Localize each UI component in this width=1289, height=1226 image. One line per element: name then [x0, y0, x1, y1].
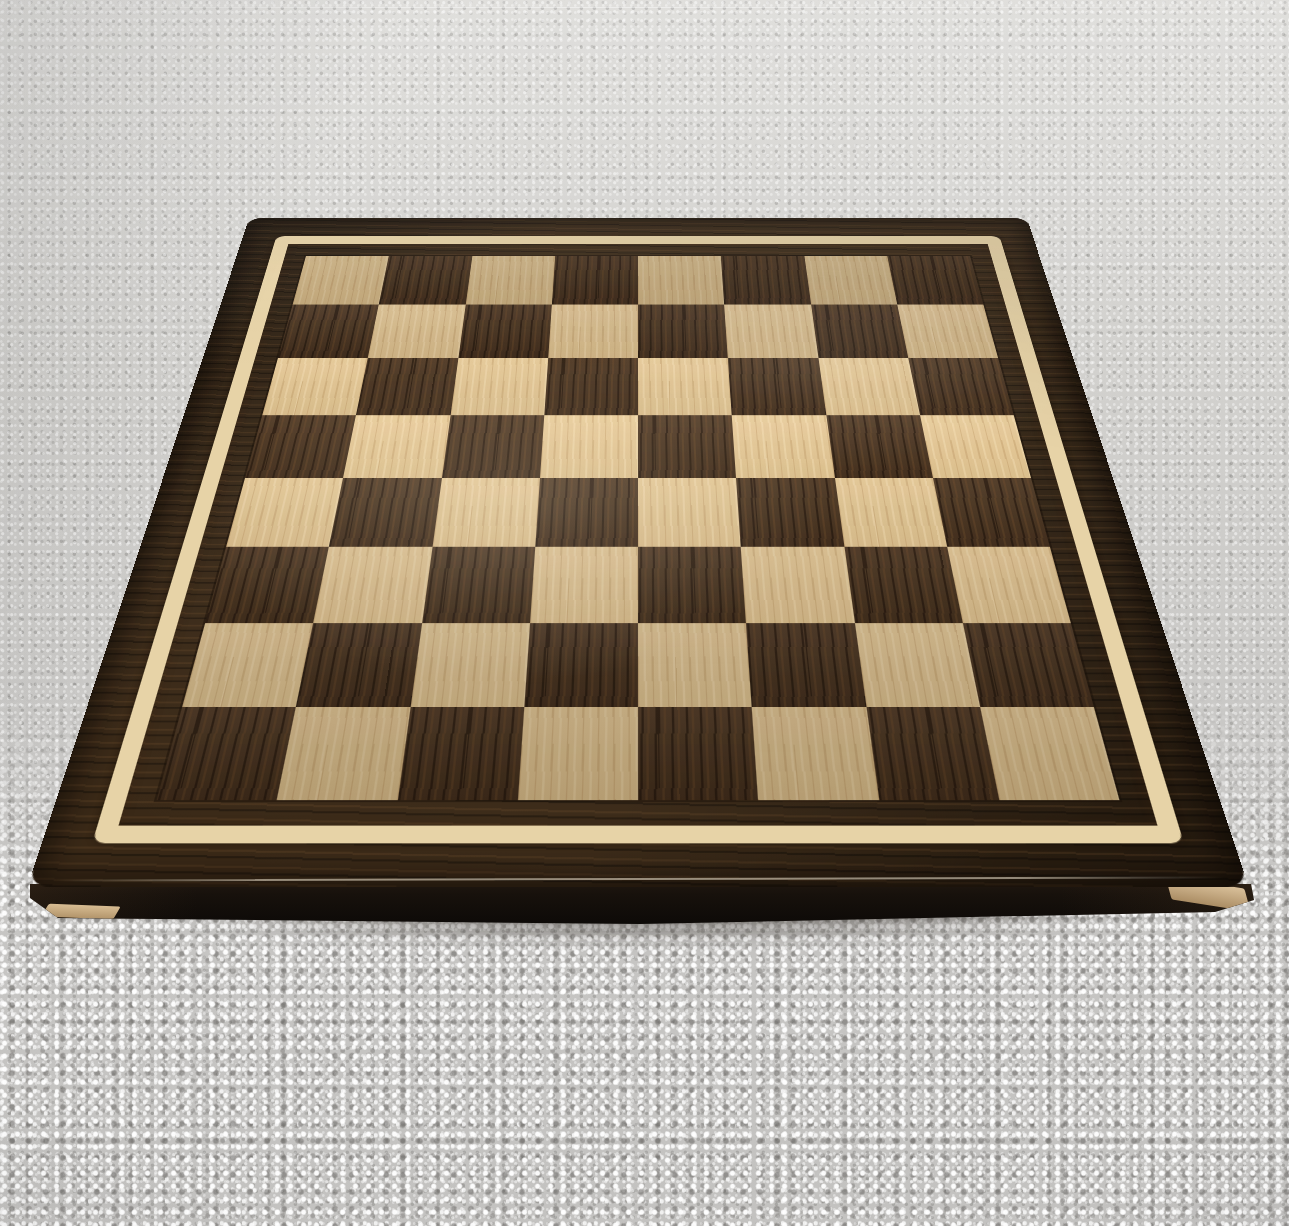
square-h3[interactable]: [947, 547, 1071, 623]
square-h2[interactable]: [963, 623, 1094, 707]
square-e3[interactable]: [638, 547, 746, 623]
square-b5[interactable]: [343, 415, 450, 478]
square-b8[interactable]: [379, 256, 472, 305]
square-e8[interactable]: [638, 256, 724, 305]
square-c4[interactable]: [432, 478, 540, 547]
square-a2[interactable]: [182, 623, 313, 707]
square-c7[interactable]: [458, 305, 552, 358]
square-a3[interactable]: [205, 547, 329, 623]
square-b3[interactable]: [313, 547, 432, 623]
square-f2[interactable]: [746, 623, 866, 707]
square-d5[interactable]: [540, 415, 638, 478]
square-e1[interactable]: [638, 707, 758, 800]
square-f6[interactable]: [728, 358, 826, 416]
square-g6[interactable]: [818, 358, 920, 416]
square-d6[interactable]: [544, 358, 638, 416]
square-g7[interactable]: [811, 305, 908, 358]
square-a4[interactable]: [226, 478, 343, 547]
square-e7[interactable]: [638, 305, 728, 358]
square-d2[interactable]: [524, 623, 638, 707]
square-a7[interactable]: [278, 305, 379, 358]
square-a1[interactable]: [157, 707, 297, 800]
square-d1[interactable]: [518, 707, 638, 800]
square-f3[interactable]: [741, 547, 854, 623]
square-d7[interactable]: [548, 305, 638, 358]
square-h4[interactable]: [933, 478, 1050, 547]
square-b7[interactable]: [368, 305, 465, 358]
square-g5[interactable]: [826, 415, 933, 478]
square-f1[interactable]: [752, 707, 879, 800]
square-c6[interactable]: [450, 358, 548, 416]
square-d8[interactable]: [552, 256, 638, 305]
square-h8[interactable]: [887, 256, 983, 305]
square-a6[interactable]: [262, 358, 368, 416]
square-c3[interactable]: [422, 547, 535, 623]
square-a8[interactable]: [293, 256, 389, 305]
square-h7[interactable]: [897, 305, 998, 358]
square-f8[interactable]: [721, 256, 811, 305]
square-g3[interactable]: [844, 547, 963, 623]
square-f4[interactable]: [736, 478, 844, 547]
square-c1[interactable]: [397, 707, 524, 800]
square-g8[interactable]: [804, 256, 897, 305]
square-h6[interactable]: [908, 358, 1014, 416]
square-a5[interactable]: [245, 415, 356, 478]
square-g2[interactable]: [854, 623, 979, 707]
square-f5[interactable]: [732, 415, 835, 478]
square-g1[interactable]: [866, 707, 999, 800]
surface-seam-line: [0, 7, 1289, 8]
square-c8[interactable]: [465, 256, 555, 305]
square-e4[interactable]: [638, 478, 741, 547]
square-b1[interactable]: [277, 707, 410, 800]
square-b6[interactable]: [356, 358, 458, 416]
square-h5[interactable]: [920, 415, 1031, 478]
square-e5[interactable]: [638, 415, 736, 478]
square-c2[interactable]: [410, 623, 530, 707]
playing-field: [157, 256, 1120, 800]
square-f7[interactable]: [724, 305, 818, 358]
square-c5[interactable]: [442, 415, 545, 478]
square-b2[interactable]: [296, 623, 421, 707]
square-e6[interactable]: [638, 358, 732, 416]
square-b4[interactable]: [329, 478, 441, 547]
square-e2[interactable]: [638, 623, 752, 707]
square-d3[interactable]: [530, 547, 638, 623]
square-d4[interactable]: [535, 478, 638, 547]
square-g4[interactable]: [835, 478, 947, 547]
